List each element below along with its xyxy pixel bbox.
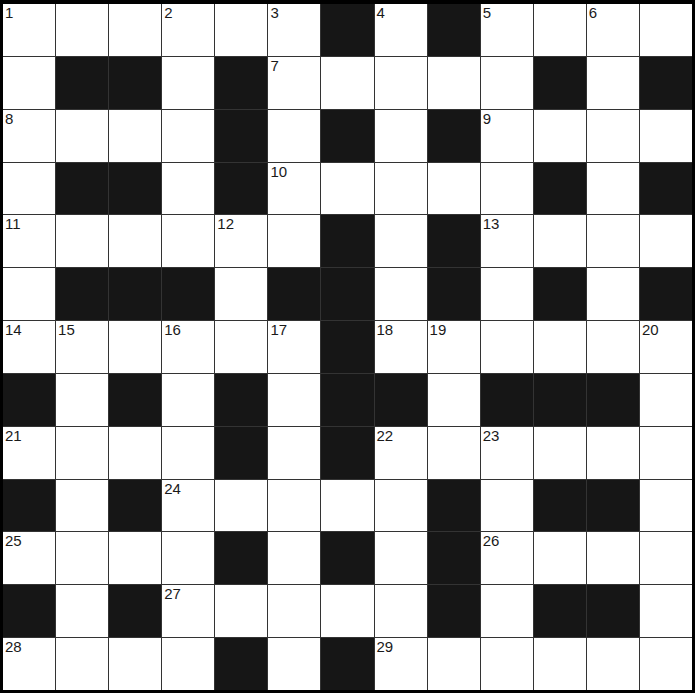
block-cell (587, 585, 639, 637)
letter-cell[interactable]: 27 (162, 585, 214, 637)
letter-cell[interactable] (640, 427, 692, 479)
letter-cell[interactable] (268, 110, 320, 162)
letter-cell[interactable]: 20 (640, 321, 692, 373)
block-cell (215, 427, 267, 479)
block-cell (56, 163, 108, 215)
block-cell (481, 374, 533, 426)
clue-number: 18 (377, 322, 394, 338)
letter-cell[interactable] (3, 268, 55, 320)
letter-cell[interactable] (640, 638, 692, 690)
block-cell (428, 110, 480, 162)
letter-cell[interactable]: 22 (375, 427, 427, 479)
block-cell (428, 585, 480, 637)
letter-cell[interactable] (56, 427, 108, 479)
block-cell (109, 374, 161, 426)
letter-cell[interactable] (534, 215, 586, 267)
block-cell (534, 268, 586, 320)
letter-cell[interactable] (375, 57, 427, 109)
letter-cell[interactable] (109, 215, 161, 267)
letter-cell[interactable] (56, 4, 108, 56)
letter-cell[interactable]: 6 (587, 4, 639, 56)
block-cell (3, 480, 55, 532)
clue-number: 4 (377, 5, 385, 21)
letter-cell[interactable]: 1 (3, 4, 55, 56)
letter-cell[interactable] (56, 532, 108, 584)
crossword-grid: 1234567891011121314151617181920212223242… (0, 0, 695, 693)
letter-cell[interactable] (321, 585, 373, 637)
letter-cell[interactable] (109, 321, 161, 373)
block-cell (321, 4, 373, 56)
letter-cell[interactable]: 7 (268, 57, 320, 109)
block-cell (640, 163, 692, 215)
block-cell (215, 374, 267, 426)
block-cell (321, 110, 373, 162)
letter-cell[interactable] (56, 585, 108, 637)
block-cell (109, 585, 161, 637)
block-cell (428, 215, 480, 267)
letter-cell[interactable] (162, 427, 214, 479)
letter-cell[interactable]: 16 (162, 321, 214, 373)
letter-cell[interactable] (162, 638, 214, 690)
clue-number: 27 (164, 586, 181, 602)
letter-cell[interactable] (268, 585, 320, 637)
letter-cell[interactable] (587, 57, 639, 109)
clue-number: 2 (164, 5, 172, 21)
letter-cell[interactable] (534, 532, 586, 584)
letter-cell[interactable] (481, 480, 533, 532)
block-cell (3, 585, 55, 637)
letter-cell[interactable] (534, 427, 586, 479)
letter-cell[interactable] (109, 532, 161, 584)
letter-cell[interactable] (109, 4, 161, 56)
letter-cell[interactable] (268, 480, 320, 532)
letter-cell[interactable] (162, 110, 214, 162)
letter-cell[interactable] (56, 215, 108, 267)
letter-cell[interactable] (534, 321, 586, 373)
block-cell (321, 638, 373, 690)
block-cell (109, 268, 161, 320)
letter-cell[interactable]: 2 (162, 4, 214, 56)
letter-cell[interactable] (215, 4, 267, 56)
block-cell (215, 163, 267, 215)
clue-number: 21 (5, 428, 22, 444)
letter-cell[interactable]: 10 (268, 163, 320, 215)
letter-cell[interactable]: 23 (481, 427, 533, 479)
letter-cell[interactable] (587, 321, 639, 373)
letter-cell[interactable] (481, 163, 533, 215)
clue-number: 6 (589, 5, 597, 21)
letter-cell[interactable]: 15 (56, 321, 108, 373)
letter-cell[interactable] (587, 268, 639, 320)
letter-cell[interactable] (640, 215, 692, 267)
letter-cell[interactable] (56, 480, 108, 532)
block-cell (3, 374, 55, 426)
letter-cell[interactable] (640, 480, 692, 532)
letter-cell[interactable] (3, 163, 55, 215)
letter-cell[interactable] (428, 57, 480, 109)
letter-cell[interactable] (268, 427, 320, 479)
block-cell (321, 215, 373, 267)
block-cell (534, 585, 586, 637)
letter-cell[interactable] (109, 638, 161, 690)
letter-cell[interactable] (640, 110, 692, 162)
block-cell (640, 268, 692, 320)
clue-number: 7 (270, 58, 278, 74)
letter-cell[interactable] (481, 268, 533, 320)
letter-cell[interactable] (321, 57, 373, 109)
letter-cell[interactable] (375, 163, 427, 215)
letter-cell[interactable]: 17 (268, 321, 320, 373)
letter-cell[interactable] (375, 585, 427, 637)
letter-cell[interactable] (215, 321, 267, 373)
letter-cell[interactable] (428, 427, 480, 479)
clue-number: 11 (5, 216, 21, 232)
letter-cell[interactable] (268, 638, 320, 690)
letter-cell[interactable] (481, 321, 533, 373)
letter-cell[interactable] (587, 215, 639, 267)
letter-cell[interactable] (268, 532, 320, 584)
letter-cell[interactable] (162, 374, 214, 426)
letter-cell[interactable]: 13 (481, 215, 533, 267)
clue-number: 8 (5, 111, 13, 127)
clue-number: 28 (5, 639, 22, 655)
letter-cell[interactable] (375, 480, 427, 532)
clue-number: 20 (642, 322, 659, 338)
letter-cell[interactable]: 12 (215, 215, 267, 267)
letter-cell[interactable] (268, 215, 320, 267)
letter-cell[interactable] (215, 585, 267, 637)
letter-cell[interactable] (640, 585, 692, 637)
block-cell (109, 480, 161, 532)
block-cell (321, 532, 373, 584)
letter-cell[interactable] (375, 268, 427, 320)
letter-cell[interactable] (534, 110, 586, 162)
clue-number: 13 (483, 216, 500, 232)
block-cell (428, 532, 480, 584)
block-cell (534, 57, 586, 109)
letter-cell[interactable] (109, 110, 161, 162)
block-cell (215, 110, 267, 162)
block-cell (215, 638, 267, 690)
letter-cell[interactable] (162, 215, 214, 267)
clue-number: 16 (164, 322, 181, 338)
block-cell (268, 268, 320, 320)
letter-cell[interactable] (534, 638, 586, 690)
letter-cell[interactable] (162, 57, 214, 109)
clue-number: 5 (483, 5, 491, 21)
block-cell (321, 427, 373, 479)
letter-cell[interactable] (640, 532, 692, 584)
letter-cell[interactable] (481, 638, 533, 690)
clue-number: 15 (58, 322, 75, 338)
clue-number: 1 (5, 5, 13, 21)
letter-cell[interactable] (534, 4, 586, 56)
letter-cell[interactable]: 5 (481, 4, 533, 56)
block-cell (215, 532, 267, 584)
block-cell (534, 480, 586, 532)
clue-number: 14 (5, 322, 22, 338)
letter-cell[interactable] (587, 163, 639, 215)
clue-number: 3 (270, 5, 278, 21)
letter-cell[interactable] (587, 638, 639, 690)
block-cell (587, 480, 639, 532)
block-cell (162, 268, 214, 320)
letter-cell[interactable] (375, 215, 427, 267)
letter-cell[interactable]: 21 (3, 427, 55, 479)
block-cell (534, 374, 586, 426)
letter-cell[interactable] (428, 374, 480, 426)
letter-cell[interactable]: 29 (375, 638, 427, 690)
letter-cell[interactable] (587, 427, 639, 479)
letter-cell[interactable] (162, 163, 214, 215)
letter-cell[interactable]: 14 (3, 321, 55, 373)
clue-number: 24 (164, 481, 181, 497)
letter-cell[interactable] (56, 638, 108, 690)
letter-cell[interactable] (587, 110, 639, 162)
letter-cell[interactable] (268, 374, 320, 426)
block-cell (109, 163, 161, 215)
block-cell (587, 374, 639, 426)
letter-cell[interactable] (640, 4, 692, 56)
letter-cell[interactable] (3, 57, 55, 109)
block-cell (640, 57, 692, 109)
letter-cell[interactable]: 11 (3, 215, 55, 267)
clue-number: 12 (217, 216, 234, 232)
clue-number: 25 (5, 533, 22, 549)
block-cell (56, 268, 108, 320)
clue-number: 29 (377, 639, 394, 655)
letter-cell[interactable] (428, 163, 480, 215)
letter-cell[interactable] (162, 532, 214, 584)
block-cell (428, 4, 480, 56)
block-cell (321, 321, 373, 373)
block-cell (428, 268, 480, 320)
clue-number: 22 (377, 428, 394, 444)
letter-cell[interactable]: 25 (3, 532, 55, 584)
letter-cell[interactable]: 19 (428, 321, 480, 373)
letter-cell[interactable]: 28 (3, 638, 55, 690)
clue-number: 9 (483, 111, 491, 127)
clue-number: 26 (483, 533, 500, 549)
letter-cell[interactable] (321, 480, 373, 532)
letter-cell[interactable] (587, 532, 639, 584)
letter-cell[interactable] (215, 268, 267, 320)
block-cell (321, 374, 373, 426)
block-cell (56, 57, 108, 109)
letter-cell[interactable] (375, 532, 427, 584)
letter-cell[interactable]: 26 (481, 532, 533, 584)
clue-number: 23 (483, 428, 500, 444)
letter-cell[interactable]: 9 (481, 110, 533, 162)
letter-cell[interactable] (640, 374, 692, 426)
block-cell (109, 57, 161, 109)
letter-cell[interactable] (109, 427, 161, 479)
block-cell (215, 57, 267, 109)
block-cell (428, 480, 480, 532)
letter-cell[interactable]: 18 (375, 321, 427, 373)
letter-cell[interactable]: 3 (268, 4, 320, 56)
block-cell (534, 163, 586, 215)
letter-cell[interactable]: 24 (162, 480, 214, 532)
letter-cell[interactable]: 8 (3, 110, 55, 162)
clue-number: 19 (430, 322, 447, 338)
block-cell (375, 374, 427, 426)
letter-cell[interactable] (375, 110, 427, 162)
letter-cell[interactable] (56, 110, 108, 162)
letter-cell[interactable] (481, 585, 533, 637)
clue-number: 10 (270, 164, 287, 180)
letter-cell[interactable] (321, 163, 373, 215)
clue-number: 17 (270, 322, 287, 338)
letter-cell[interactable]: 4 (375, 4, 427, 56)
letter-cell[interactable] (56, 374, 108, 426)
letter-cell[interactable] (428, 638, 480, 690)
letter-cell[interactable] (481, 57, 533, 109)
letter-cell[interactable] (215, 480, 267, 532)
block-cell (321, 268, 373, 320)
